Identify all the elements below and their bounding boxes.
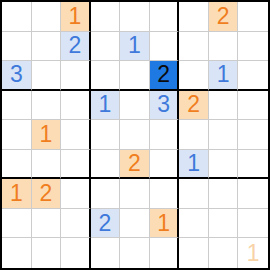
cell-r2c4[interactable] xyxy=(120,61,150,91)
cell-r8c8[interactable]: 1 xyxy=(238,238,268,268)
cell-r6c7[interactable] xyxy=(209,179,239,209)
cell-r8c0[interactable] xyxy=(2,238,32,268)
cell-r8c2[interactable] xyxy=(61,238,91,268)
cell-r2c6[interactable] xyxy=(179,61,209,91)
cell-r6c4[interactable] xyxy=(120,179,150,209)
cell-r6c1[interactable]: 2 xyxy=(32,179,62,209)
cell-r0c5[interactable] xyxy=(150,2,180,32)
cell-r8c4[interactable] xyxy=(120,238,150,268)
cell-r6c8[interactable] xyxy=(238,179,268,209)
cell-r7c4[interactable] xyxy=(120,209,150,239)
cell-r3c7[interactable] xyxy=(209,91,239,121)
cell-r1c5[interactable] xyxy=(150,32,180,62)
cell-r3c6[interactable]: 2 xyxy=(179,91,209,121)
cell-r6c0[interactable]: 1 xyxy=(2,179,32,209)
cell-r2c0[interactable]: 3 xyxy=(2,61,32,91)
cell-r4c1[interactable]: 1 xyxy=(32,120,62,150)
cell-r2c2[interactable] xyxy=(61,61,91,91)
cell-r5c1[interactable] xyxy=(32,150,62,180)
cell-r7c2[interactable] xyxy=(61,209,91,239)
sudoku-board: 122132113212112211 xyxy=(0,0,270,270)
cell-r4c4[interactable] xyxy=(120,120,150,150)
cell-r1c2[interactable]: 2 xyxy=(61,32,91,62)
cell-r0c2[interactable]: 1 xyxy=(61,2,91,32)
cell-r7c6[interactable] xyxy=(179,209,209,239)
cell-r3c3[interactable]: 1 xyxy=(91,91,121,121)
cell-r6c3[interactable] xyxy=(91,179,121,209)
cell-r1c7[interactable] xyxy=(209,32,239,62)
cell-r6c2[interactable] xyxy=(61,179,91,209)
cell-r3c8[interactable] xyxy=(238,91,268,121)
cell-r7c3[interactable]: 2 xyxy=(91,209,121,239)
cell-r0c8[interactable] xyxy=(238,2,268,32)
cell-r0c3[interactable] xyxy=(91,2,121,32)
cell-r1c8[interactable] xyxy=(238,32,268,62)
cell-r3c4[interactable] xyxy=(120,91,150,121)
cell-r1c4[interactable]: 1 xyxy=(120,32,150,62)
cell-r4c6[interactable] xyxy=(179,120,209,150)
cell-r7c7[interactable] xyxy=(209,209,239,239)
cell-r0c7[interactable]: 2 xyxy=(209,2,239,32)
cell-r4c3[interactable] xyxy=(91,120,121,150)
cell-r6c5[interactable] xyxy=(150,179,180,209)
cell-r4c8[interactable] xyxy=(238,120,268,150)
cell-r5c5[interactable] xyxy=(150,150,180,180)
cell-r3c1[interactable] xyxy=(32,91,62,121)
cell-r4c2[interactable] xyxy=(61,120,91,150)
cell-r0c1[interactable] xyxy=(32,2,62,32)
cell-r3c2[interactable] xyxy=(61,91,91,121)
cell-r1c0[interactable] xyxy=(2,32,32,62)
cell-r2c7[interactable]: 1 xyxy=(209,61,239,91)
cell-r8c7[interactable] xyxy=(209,238,239,268)
cell-r2c8[interactable] xyxy=(238,61,268,91)
cell-r7c8[interactable] xyxy=(238,209,268,239)
cell-r1c6[interactable] xyxy=(179,32,209,62)
cell-r0c6[interactable] xyxy=(179,2,209,32)
cell-r6c6[interactable] xyxy=(179,179,209,209)
cell-r8c3[interactable] xyxy=(91,238,121,268)
cell-r3c5[interactable]: 3 xyxy=(150,91,180,121)
cell-r5c0[interactable] xyxy=(2,150,32,180)
cell-r7c1[interactable] xyxy=(32,209,62,239)
cell-r1c1[interactable] xyxy=(32,32,62,62)
cell-r5c8[interactable] xyxy=(238,150,268,180)
cell-r0c0[interactable] xyxy=(2,2,32,32)
cell-r7c0[interactable] xyxy=(2,209,32,239)
cell-r7c5[interactable]: 1 xyxy=(150,209,180,239)
cell-r5c7[interactable] xyxy=(209,150,239,180)
cell-r8c6[interactable] xyxy=(179,238,209,268)
cell-r4c7[interactable] xyxy=(209,120,239,150)
cell-r3c0[interactable] xyxy=(2,91,32,121)
cell-r4c5[interactable] xyxy=(150,120,180,150)
cell-r0c4[interactable] xyxy=(120,2,150,32)
cell-r5c3[interactable] xyxy=(91,150,121,180)
cell-r4c0[interactable] xyxy=(2,120,32,150)
cell-r8c5[interactable] xyxy=(150,238,180,268)
cell-r5c4[interactable]: 2 xyxy=(120,150,150,180)
cell-r5c6[interactable]: 1 xyxy=(179,150,209,180)
cell-r1c3[interactable] xyxy=(91,32,121,62)
cell-r2c1[interactable] xyxy=(32,61,62,91)
cell-r8c1[interactable] xyxy=(32,238,62,268)
cell-r2c3[interactable] xyxy=(91,61,121,91)
cell-r2c5[interactable]: 2 xyxy=(150,61,180,91)
cell-r5c2[interactable] xyxy=(61,150,91,180)
